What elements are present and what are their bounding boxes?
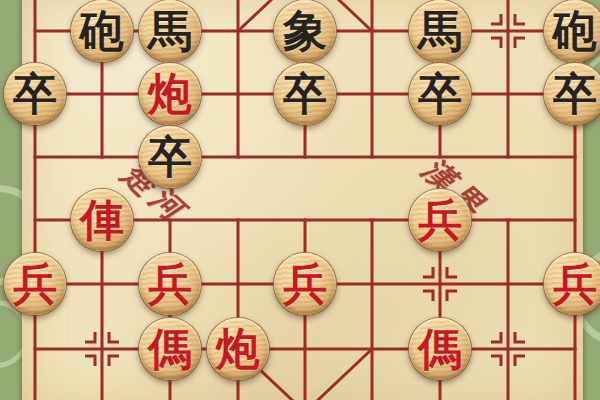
piece-black-soldier-i3[interactable]: 卒 (544, 63, 600, 125)
piece-glyph: 炮 (216, 327, 260, 371)
piece-glyph: 兵 (418, 198, 462, 242)
piece-glyph: 傌 (148, 327, 192, 371)
piece-glyph: 馬 (148, 9, 192, 53)
piece-red-soldier-a6[interactable]: 兵 (4, 253, 66, 315)
piece-glyph: 卒 (283, 72, 327, 116)
piece-red-horse-g7[interactable]: 傌 (409, 318, 471, 380)
piece-red-soldier-i6[interactable]: 兵 (544, 253, 600, 315)
piece-glyph: 兵 (148, 262, 192, 306)
piece-black-cannon-i2[interactable]: 砲 (544, 0, 600, 62)
piece-glyph: 卒 (553, 72, 597, 116)
piece-red-horse-c7[interactable]: 傌 (139, 318, 201, 380)
piece-black-soldier-g3[interactable]: 卒 (409, 63, 471, 125)
piece-red-chariot-b5[interactable]: 俥 (71, 189, 133, 251)
piece-glyph: 傌 (418, 327, 462, 371)
piece-red-cannon-d7[interactable]: 炮 (207, 318, 269, 380)
piece-glyph: 馬 (418, 9, 462, 53)
piece-red-soldier-c6[interactable]: 兵 (139, 253, 201, 315)
piece-glyph: 卒 (148, 135, 192, 179)
piece-glyph: 炮 (148, 72, 192, 116)
piece-black-horse-g2[interactable]: 馬 (409, 0, 471, 62)
piece-red-soldier-e6[interactable]: 兵 (274, 253, 336, 315)
piece-glyph: 象 (283, 9, 327, 53)
piece-black-soldier-c4[interactable]: 卒 (139, 126, 201, 188)
piece-black-elephant-e2[interactable]: 象 (274, 0, 336, 62)
piece-black-horse-c2[interactable]: 馬 (139, 0, 201, 62)
piece-glyph: 砲 (80, 9, 124, 53)
xiangqi-screenshot: { "game": "xiangqi", "view": "Overhead c… (0, 0, 600, 400)
piece-glyph: 俥 (80, 198, 124, 242)
piece-black-soldier-a3[interactable]: 卒 (4, 63, 66, 125)
piece-black-cannon-b2[interactable]: 砲 (71, 0, 133, 62)
piece-glyph: 兵 (13, 262, 57, 306)
piece-glyph: 兵 (553, 262, 597, 306)
piece-red-cannon-c3[interactable]: 炮 (139, 63, 201, 125)
piece-glyph: 砲 (553, 9, 597, 53)
piece-glyph: 卒 (13, 72, 57, 116)
piece-black-soldier-e3[interactable]: 卒 (274, 63, 336, 125)
piece-red-soldier-g5[interactable]: 兵 (409, 189, 471, 251)
piece-glyph: 卒 (418, 72, 462, 116)
piece-glyph: 兵 (283, 262, 327, 306)
